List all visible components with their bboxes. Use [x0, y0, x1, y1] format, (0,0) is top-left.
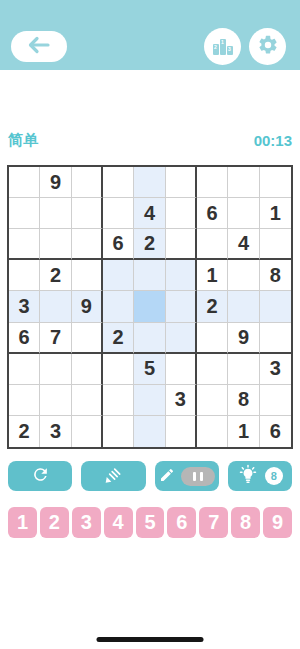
cell-r4c1[interactable]: [9, 260, 40, 291]
cell-r4c5[interactable]: [134, 260, 165, 291]
cell-r3c7[interactable]: [197, 229, 228, 260]
cell-r5c1[interactable]: 3: [9, 291, 40, 322]
cell-r2c2[interactable]: [40, 198, 71, 229]
cell-r7c2[interactable]: [40, 354, 71, 385]
cell-r5c7[interactable]: 2: [197, 291, 228, 322]
num-button-7[interactable]: 7: [199, 507, 228, 538]
timer-label: 00:13: [254, 132, 292, 149]
podium-rank-2: 2: [213, 44, 219, 55]
cell-r2c9[interactable]: 1: [260, 198, 291, 229]
cell-r2c3[interactable]: [72, 198, 103, 229]
cell-r7c1[interactable]: [9, 354, 40, 385]
cell-r4c7[interactable]: 1: [197, 260, 228, 291]
restart-button[interactable]: [8, 461, 72, 491]
cell-r9c8[interactable]: 1: [228, 416, 259, 447]
podium-rank-1: 1: [220, 39, 226, 55]
cell-r6c1[interactable]: 6: [9, 323, 40, 354]
num-button-6[interactable]: 6: [167, 507, 196, 538]
cell-r8c2[interactable]: [40, 385, 71, 416]
cell-r5c4[interactable]: [103, 291, 134, 322]
num-button-9[interactable]: 9: [263, 507, 292, 538]
cell-r8c9[interactable]: [260, 385, 291, 416]
cell-r1c3[interactable]: [72, 167, 103, 198]
cell-r4c3[interactable]: [72, 260, 103, 291]
cell-r8c4[interactable]: [103, 385, 134, 416]
cell-r6c2[interactable]: 7: [40, 323, 71, 354]
cell-r1c6[interactable]: [166, 167, 197, 198]
cell-r1c4[interactable]: [103, 167, 134, 198]
cell-r4c8[interactable]: [228, 260, 259, 291]
cell-r8c5[interactable]: [134, 385, 165, 416]
pencil-icon: [159, 467, 175, 486]
cell-r6c5[interactable]: [134, 323, 165, 354]
cell-r8c3[interactable]: [72, 385, 103, 416]
cell-r6c8[interactable]: 9: [228, 323, 259, 354]
cell-r8c8[interactable]: 8: [228, 385, 259, 416]
num-button-1[interactable]: 1: [8, 507, 37, 538]
cell-r6c7[interactable]: [197, 323, 228, 354]
cell-r1c5[interactable]: [134, 167, 165, 198]
status-row: 简单 00:13: [8, 129, 292, 151]
hint-button[interactable]: 8: [228, 461, 292, 491]
header-bar: 2 1 3: [0, 0, 300, 70]
cell-r3c8[interactable]: 4: [228, 229, 259, 260]
back-button[interactable]: [11, 31, 67, 62]
hint-count-badge: 8: [265, 467, 283, 485]
cell-r5c3[interactable]: 9: [72, 291, 103, 322]
home-indicator: [97, 637, 204, 642]
gear-icon: [257, 34, 279, 60]
cell-r1c8[interactable]: [228, 167, 259, 198]
toolbar: 8: [8, 461, 292, 491]
cell-r8c1[interactable]: [9, 385, 40, 416]
cell-r5c5[interactable]: [134, 291, 165, 322]
eraser-icon: [103, 465, 123, 488]
num-button-5[interactable]: 5: [136, 507, 165, 538]
cell-r4c4[interactable]: [103, 260, 134, 291]
pencil-toggle-pill[interactable]: [181, 467, 215, 486]
cell-r6c6[interactable]: [166, 323, 197, 354]
cell-r5c2[interactable]: [40, 291, 71, 322]
cell-r7c7[interactable]: [197, 354, 228, 385]
cell-r6c4[interactable]: 2: [103, 323, 134, 354]
settings-button[interactable]: [249, 28, 286, 65]
cell-r9c5[interactable]: [134, 416, 165, 447]
cell-r2c7[interactable]: 6: [197, 198, 228, 229]
cell-r6c3[interactable]: [72, 323, 103, 354]
cell-r7c3[interactable]: [72, 354, 103, 385]
cell-r7c6[interactable]: [166, 354, 197, 385]
cell-r5c8[interactable]: [228, 291, 259, 322]
cell-r9c4[interactable]: [103, 416, 134, 447]
cell-r3c9[interactable]: [260, 229, 291, 260]
num-button-2[interactable]: 2: [40, 507, 69, 538]
cell-r7c8[interactable]: [228, 354, 259, 385]
cell-r3c3[interactable]: [72, 229, 103, 260]
cell-r6c9[interactable]: [260, 323, 291, 354]
difficulty-label: 简单: [8, 131, 38, 150]
cell-r4c2[interactable]: 2: [40, 260, 71, 291]
num-button-4[interactable]: 4: [104, 507, 133, 538]
cell-r2c5[interactable]: 4: [134, 198, 165, 229]
cell-r9c1[interactable]: 2: [9, 416, 40, 447]
leaderboard-podium-icon: 2 1 3: [213, 39, 233, 55]
cell-r9c2[interactable]: 3: [40, 416, 71, 447]
cell-r3c5[interactable]: 2: [134, 229, 165, 260]
num-button-8[interactable]: 8: [231, 507, 260, 538]
cell-r9c9[interactable]: 6: [260, 416, 291, 447]
cell-r4c6[interactable]: [166, 260, 197, 291]
cell-r8c7[interactable]: [197, 385, 228, 416]
leaderboard-button[interactable]: 2 1 3: [204, 28, 241, 65]
cell-r3c4[interactable]: 6: [103, 229, 134, 260]
numpad: 123456789: [8, 507, 292, 538]
cell-r9c7[interactable]: [197, 416, 228, 447]
cell-r1c1[interactable]: [9, 167, 40, 198]
back-arrow-icon: [26, 36, 52, 58]
cell-r8c6[interactable]: 3: [166, 385, 197, 416]
cell-r2c8[interactable]: [228, 198, 259, 229]
cell-r1c2[interactable]: 9: [40, 167, 71, 198]
cell-r7c4[interactable]: [103, 354, 134, 385]
cell-r7c9[interactable]: 3: [260, 354, 291, 385]
cell-r4c9[interactable]: 8: [260, 260, 291, 291]
cell-r9c3[interactable]: [72, 416, 103, 447]
cell-r2c4[interactable]: [103, 198, 134, 229]
cell-r1c9[interactable]: [260, 167, 291, 198]
pause-bar-icon: [193, 472, 196, 481]
cell-r3c6[interactable]: [166, 229, 197, 260]
cell-r7c5[interactable]: 5: [134, 354, 165, 385]
pencil-mode-button[interactable]: [155, 461, 219, 491]
cell-r2c6[interactable]: [166, 198, 197, 229]
podium-rank-3: 3: [227, 46, 233, 55]
lightbulb-icon: [237, 464, 259, 489]
num-button-3[interactable]: 3: [72, 507, 101, 538]
erase-button[interactable]: [81, 461, 145, 491]
cell-r2c1[interactable]: [9, 198, 40, 229]
cell-r3c2[interactable]: [40, 229, 71, 260]
cell-r9c6[interactable]: [166, 416, 197, 447]
cell-r5c6[interactable]: [166, 291, 197, 322]
sudoku-board: 9461624218392672953382316: [7, 165, 293, 449]
cell-r3c1[interactable]: [9, 229, 40, 260]
cell-r5c9[interactable]: [260, 291, 291, 322]
refresh-icon: [31, 465, 50, 487]
pause-bar-icon: [200, 472, 203, 481]
cell-r1c7[interactable]: [197, 167, 228, 198]
